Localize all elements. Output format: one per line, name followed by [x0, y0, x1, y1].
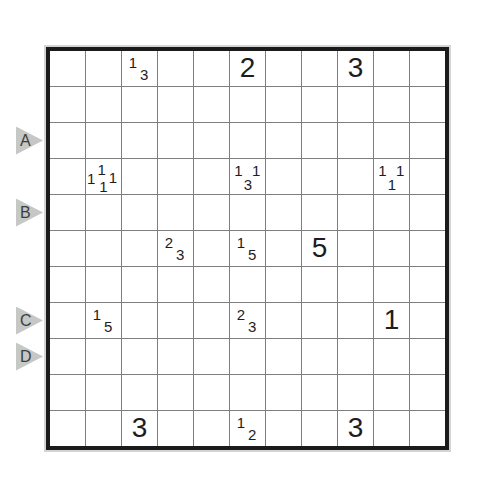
cell-r7c4[interactable]	[158, 267, 193, 302]
clue-value: 3	[248, 319, 256, 334]
cell-r3c11[interactable]	[410, 123, 445, 158]
cell-r7c1[interactable]	[50, 267, 85, 302]
cell-r10c11[interactable]	[410, 375, 445, 410]
cell-r5c5[interactable]	[194, 195, 229, 230]
clue-value: 1	[99, 178, 107, 193]
cell-r11c10[interactable]	[374, 411, 409, 446]
row-marker-label: A	[20, 132, 31, 148]
cell-r7c2[interactable]	[86, 267, 121, 302]
cell-r8c11[interactable]	[410, 303, 445, 338]
cell-r3c6[interactable]	[230, 123, 265, 158]
clue-value: 1	[252, 162, 260, 177]
cell-r2c7[interactable]	[266, 87, 301, 122]
cell-r10c10[interactable]	[374, 375, 409, 410]
cell-r3c9[interactable]	[338, 123, 373, 158]
cell-r5c8[interactable]	[302, 195, 337, 230]
cell-r4c8[interactable]	[302, 159, 337, 194]
cell-r3c8[interactable]	[302, 123, 337, 158]
cell-r8c9[interactable]	[338, 303, 373, 338]
clue-value: 5	[248, 247, 256, 262]
clue-value: 1	[87, 170, 95, 185]
clue-value: 1	[396, 162, 404, 177]
cell-r3c1[interactable]	[50, 123, 85, 158]
clue-value: 3	[244, 176, 252, 191]
cell-r10c3[interactable]	[122, 375, 157, 410]
cell-r8c7[interactable]	[266, 303, 301, 338]
cell-r4c11[interactable]	[410, 159, 445, 194]
cell-r5c7[interactable]	[266, 195, 301, 230]
clue-value: 3	[348, 414, 364, 442]
cell-r3c7[interactable]	[266, 123, 301, 158]
row-marker-b: B	[16, 199, 43, 227]
cell-r7c11[interactable]	[410, 267, 445, 302]
cell-r5c6[interactable]	[230, 195, 265, 230]
clue-cell-r8c6[interactable]: 23	[230, 303, 265, 338]
clue-cell-r4c6[interactable]: 113	[230, 159, 265, 194]
clue-value: 3	[140, 67, 148, 82]
cell-r3c2[interactable]	[86, 123, 121, 158]
cell-r9c4[interactable]	[158, 339, 193, 374]
cell-r1c10[interactable]	[374, 51, 409, 86]
cell-r7c10[interactable]	[374, 267, 409, 302]
cell-r5c3[interactable]	[122, 195, 157, 230]
clue-cell-r6c8[interactable]: 5	[302, 231, 337, 266]
cell-r2c2[interactable]	[86, 87, 121, 122]
clue-value: 1	[384, 306, 400, 334]
clue-value: 2	[240, 54, 256, 82]
cell-r10c1[interactable]	[50, 375, 85, 410]
cell-r4c7[interactable]	[266, 159, 301, 194]
cell-r3c3[interactable]	[122, 123, 157, 158]
cell-r9c2[interactable]	[86, 339, 121, 374]
cell-r7c8[interactable]	[302, 267, 337, 302]
clue-cell-r11c3[interactable]: 3	[122, 411, 157, 446]
clue-value: 3	[176, 247, 184, 262]
cell-r1c4[interactable]	[158, 51, 193, 86]
cell-r2c8[interactable]	[302, 87, 337, 122]
row-marker-a: A	[16, 127, 43, 155]
cell-r9c6[interactable]	[230, 339, 265, 374]
cell-r10c4[interactable]	[158, 375, 193, 410]
cell-r11c1[interactable]	[50, 411, 85, 446]
cell-r1c7[interactable]	[266, 51, 301, 86]
row-marker-label: D	[20, 348, 32, 364]
cell-r4c1[interactable]	[50, 159, 85, 194]
clue-cell-r6c4[interactable]: 23	[158, 231, 193, 266]
cell-r9c9[interactable]	[338, 339, 373, 374]
clue-value: 2	[248, 427, 256, 442]
row-marker-d: D	[16, 343, 43, 371]
cell-r9c10[interactable]	[374, 339, 409, 374]
cell-r7c7[interactable]	[266, 267, 301, 302]
clue-cell-r1c3[interactable]: 13	[122, 51, 157, 86]
cell-r6c2[interactable]	[86, 231, 121, 266]
clue-cell-r11c6[interactable]: 12	[230, 411, 265, 446]
cell-r5c1[interactable]	[50, 195, 85, 230]
cell-r8c3[interactable]	[122, 303, 157, 338]
clue-cell-r6c6[interactable]: 15	[230, 231, 265, 266]
cell-r10c8[interactable]	[302, 375, 337, 410]
clue-value: 3	[132, 414, 148, 442]
cell-r5c11[interactable]	[410, 195, 445, 230]
cell-r2c10[interactable]	[374, 87, 409, 122]
cell-r2c9[interactable]	[338, 87, 373, 122]
cell-r9c3[interactable]	[122, 339, 157, 374]
cell-r3c4[interactable]	[158, 123, 193, 158]
clue-value: 5	[312, 234, 328, 262]
cell-r6c7[interactable]	[266, 231, 301, 266]
clue-value: 1	[237, 415, 245, 430]
cell-r10c2[interactable]	[86, 375, 121, 410]
cell-r2c11[interactable]	[410, 87, 445, 122]
row-marker-label: B	[20, 204, 31, 220]
cell-r7c9[interactable]	[338, 267, 373, 302]
cell-r1c5[interactable]	[194, 51, 229, 86]
cell-r8c4[interactable]	[158, 303, 193, 338]
clue-value: 1	[93, 307, 101, 322]
cell-r1c11[interactable]	[410, 51, 445, 86]
cell-r7c6[interactable]	[230, 267, 265, 302]
cell-r10c5[interactable]	[194, 375, 229, 410]
cell-r6c5[interactable]	[194, 231, 229, 266]
cell-r2c3[interactable]	[122, 87, 157, 122]
cell-r7c3[interactable]	[122, 267, 157, 302]
cell-r5c2[interactable]	[86, 195, 121, 230]
cell-r6c11[interactable]	[410, 231, 445, 266]
clue-value: 1	[237, 235, 245, 250]
clue-value: 1	[98, 162, 106, 177]
cell-r11c4[interactable]	[158, 411, 193, 446]
cell-r2c1[interactable]	[50, 87, 85, 122]
clue-value: 2	[165, 235, 173, 250]
cell-r3c10[interactable]	[374, 123, 409, 158]
cell-r10c7[interactable]	[266, 375, 301, 410]
cell-r11c8[interactable]	[302, 411, 337, 446]
cell-r6c10[interactable]	[374, 231, 409, 266]
cell-r9c11[interactable]	[410, 339, 445, 374]
cell-r9c7[interactable]	[266, 339, 301, 374]
clue-cell-r1c9[interactable]: 3	[338, 51, 373, 86]
clue-value: 1	[388, 176, 396, 191]
cell-r6c1[interactable]	[50, 231, 85, 266]
clue-cell-r8c10[interactable]: 1	[374, 303, 409, 338]
tapa-grid: 1323111111311123155152313123	[46, 47, 449, 450]
clue-value: 1	[378, 162, 386, 177]
cell-r6c3[interactable]	[122, 231, 157, 266]
cell-r4c9[interactable]	[338, 159, 373, 194]
clue-cell-r4c10[interactable]: 111	[374, 159, 409, 194]
cell-r2c4[interactable]	[158, 87, 193, 122]
cell-r10c9[interactable]	[338, 375, 373, 410]
cell-r11c11[interactable]	[410, 411, 445, 446]
cell-r8c5[interactable]	[194, 303, 229, 338]
row-marker-label: C	[20, 312, 32, 328]
cell-r1c1[interactable]	[50, 51, 85, 86]
cell-r1c8[interactable]	[302, 51, 337, 86]
clue-value: 5	[104, 319, 112, 334]
clue-value: 2	[237, 307, 245, 322]
cell-r1c2[interactable]	[86, 51, 121, 86]
cell-r6c9[interactable]	[338, 231, 373, 266]
clue-cell-r1c6[interactable]: 2	[230, 51, 265, 86]
cell-r10c6[interactable]	[230, 375, 265, 410]
clue-value: 1	[234, 162, 242, 177]
cell-r7c5[interactable]	[194, 267, 229, 302]
cell-r8c1[interactable]	[50, 303, 85, 338]
cell-r11c7[interactable]	[266, 411, 301, 446]
clue-value: 3	[348, 54, 364, 82]
clue-value: 1	[129, 55, 137, 70]
cell-r11c5[interactable]	[194, 411, 229, 446]
cell-r9c5[interactable]	[194, 339, 229, 374]
cell-r4c4[interactable]	[158, 159, 193, 194]
clue-value: 1	[109, 169, 117, 184]
cell-r4c3[interactable]	[122, 159, 157, 194]
cell-r4c5[interactable]	[194, 159, 229, 194]
cell-r9c8[interactable]	[302, 339, 337, 374]
cell-r2c5[interactable]	[194, 87, 229, 122]
cell-r5c10[interactable]	[374, 195, 409, 230]
cell-r2c6[interactable]	[230, 87, 265, 122]
cell-r9c1[interactable]	[50, 339, 85, 374]
cell-r5c4[interactable]	[158, 195, 193, 230]
clue-cell-r11c9[interactable]: 3	[338, 411, 373, 446]
cell-r3c5[interactable]	[194, 123, 229, 158]
cell-r8c8[interactable]	[302, 303, 337, 338]
cell-r5c9[interactable]	[338, 195, 373, 230]
tapa-puzzle: 1323111111311123155152313123 ABCD	[0, 0, 495, 496]
cell-r11c2[interactable]	[86, 411, 121, 446]
row-marker-c: C	[16, 307, 43, 335]
clue-cell-r8c2[interactable]: 15	[86, 303, 121, 338]
clue-cell-r4c2[interactable]: 1111	[86, 159, 121, 194]
